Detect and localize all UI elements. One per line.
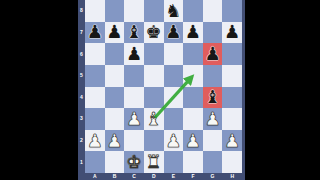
file-label-g: G bbox=[203, 173, 223, 180]
square-f8[interactable] bbox=[183, 0, 203, 22]
square-a2[interactable]: ♟ bbox=[85, 130, 105, 152]
square-a4[interactable] bbox=[85, 87, 105, 109]
white-rook-d1[interactable]: ♜ bbox=[146, 153, 162, 171]
rank-label-8: 8 bbox=[78, 0, 85, 22]
rank-label-3: 3 bbox=[78, 108, 85, 130]
square-a3[interactable] bbox=[85, 108, 105, 130]
white-bishop-d3[interactable]: ♝ bbox=[146, 109, 162, 127]
black-knight-e8[interactable]: ♞ bbox=[165, 1, 181, 19]
black-pawn-f7[interactable]: ♟ bbox=[185, 23, 201, 41]
black-pawn-h7[interactable]: ♟ bbox=[224, 23, 240, 41]
black-pawn-a7[interactable]: ♟ bbox=[87, 23, 103, 41]
square-c2[interactable] bbox=[124, 130, 144, 152]
square-a8[interactable] bbox=[85, 0, 105, 22]
square-d5[interactable] bbox=[144, 65, 164, 87]
square-h6[interactable] bbox=[222, 43, 242, 65]
square-d4[interactable] bbox=[144, 87, 164, 109]
file-label-e: E bbox=[164, 173, 184, 180]
square-d6[interactable] bbox=[144, 43, 164, 65]
square-f3[interactable] bbox=[183, 108, 203, 130]
square-f7[interactable]: ♟ bbox=[183, 22, 203, 44]
file-label-f: F bbox=[183, 173, 203, 180]
square-c5[interactable] bbox=[124, 65, 144, 87]
square-g7[interactable] bbox=[203, 22, 223, 44]
black-bishop-g4[interactable]: ♝ bbox=[204, 88, 220, 106]
black-king-d7[interactable]: ♚ bbox=[146, 23, 162, 41]
white-pawn-e2[interactable]: ♟ bbox=[165, 131, 181, 149]
file-label-a: A bbox=[85, 173, 105, 180]
black-pawn-e7[interactable]: ♟ bbox=[165, 23, 181, 41]
square-a6[interactable] bbox=[85, 43, 105, 65]
square-c7[interactable]: ♝ bbox=[124, 22, 144, 44]
square-h7[interactable]: ♟ bbox=[222, 22, 242, 44]
square-g2[interactable] bbox=[203, 130, 223, 152]
square-b3[interactable] bbox=[105, 108, 125, 130]
square-c6[interactable]: ♟ bbox=[124, 43, 144, 65]
square-d7[interactable]: ♚ bbox=[144, 22, 164, 44]
square-d1[interactable]: ♜ bbox=[144, 151, 164, 173]
file-label-d: D bbox=[144, 173, 164, 180]
rank-label-6: 6 bbox=[78, 43, 85, 65]
square-h8[interactable] bbox=[222, 0, 242, 22]
square-b5[interactable] bbox=[105, 65, 125, 87]
square-g1[interactable] bbox=[203, 151, 223, 173]
square-f2[interactable]: ♟ bbox=[183, 130, 203, 152]
square-e6[interactable] bbox=[164, 43, 184, 65]
square-e8[interactable]: ♞ bbox=[164, 0, 184, 22]
square-g6[interactable]: ♟ bbox=[203, 43, 223, 65]
square-h5[interactable] bbox=[222, 65, 242, 87]
square-f1[interactable] bbox=[183, 151, 203, 173]
square-e5[interactable] bbox=[164, 65, 184, 87]
square-e4[interactable] bbox=[164, 87, 184, 109]
board-right-border bbox=[242, 0, 245, 173]
rank-coordinates-gutter: 87654321 bbox=[78, 0, 85, 173]
black-bishop-c7[interactable]: ♝ bbox=[126, 23, 142, 41]
square-c3[interactable]: ♟ bbox=[124, 108, 144, 130]
square-f6[interactable] bbox=[183, 43, 203, 65]
rank-label-4: 4 bbox=[78, 87, 85, 109]
rank-label-5: 5 bbox=[78, 65, 85, 87]
black-pawn-g6[interactable]: ♟ bbox=[204, 45, 220, 63]
chess-gui: 87654321 ♞♟♟♝♚♟♟♟♟♟♝♟♝♟♟♟♟♟♟♚♜ ABCDEFGH bbox=[78, 0, 245, 180]
square-a1[interactable] bbox=[85, 151, 105, 173]
square-d3[interactable]: ♝ bbox=[144, 108, 164, 130]
square-e2[interactable]: ♟ bbox=[164, 130, 184, 152]
square-e3[interactable] bbox=[164, 108, 184, 130]
square-d8[interactable] bbox=[144, 0, 164, 22]
square-a7[interactable]: ♟ bbox=[85, 22, 105, 44]
rank-label-7: 7 bbox=[78, 22, 85, 44]
square-d2[interactable] bbox=[144, 130, 164, 152]
file-coordinates-gutter: ABCDEFGH bbox=[78, 173, 245, 180]
file-label-c: C bbox=[124, 173, 144, 180]
square-h2[interactable]: ♟ bbox=[222, 130, 242, 152]
square-h1[interactable] bbox=[222, 151, 242, 173]
square-h3[interactable] bbox=[222, 108, 242, 130]
square-b6[interactable] bbox=[105, 43, 125, 65]
white-pawn-a2[interactable]: ♟ bbox=[87, 131, 103, 149]
square-e7[interactable]: ♟ bbox=[164, 22, 184, 44]
file-label-h: H bbox=[222, 173, 242, 180]
square-c1[interactable]: ♚ bbox=[124, 151, 144, 173]
square-b7[interactable]: ♟ bbox=[105, 22, 125, 44]
chess-board[interactable]: ♞♟♟♝♚♟♟♟♟♟♝♟♝♟♟♟♟♟♟♚♜ bbox=[85, 0, 242, 173]
white-pawn-f2[interactable]: ♟ bbox=[185, 131, 201, 149]
white-pawn-g3[interactable]: ♟ bbox=[204, 109, 220, 127]
thumbnail-stage: 87654321 ♞♟♟♝♚♟♟♟♟♟♝♟♝♟♟♟♟♟♟♚♜ ABCDEFGH bbox=[0, 0, 320, 180]
rank-label-2: 2 bbox=[78, 130, 85, 152]
square-h4[interactable] bbox=[222, 87, 242, 109]
white-pawn-c3[interactable]: ♟ bbox=[126, 109, 142, 127]
square-a5[interactable] bbox=[85, 65, 105, 87]
white-pawn-b2[interactable]: ♟ bbox=[106, 131, 122, 149]
white-pawn-h2[interactable]: ♟ bbox=[224, 131, 240, 149]
square-f5[interactable] bbox=[183, 65, 203, 87]
square-c4[interactable] bbox=[124, 87, 144, 109]
square-b1[interactable] bbox=[105, 151, 125, 173]
square-g3[interactable]: ♟ bbox=[203, 108, 223, 130]
rank-label-1: 1 bbox=[78, 151, 85, 173]
square-c8[interactable] bbox=[124, 0, 144, 22]
square-b8[interactable] bbox=[105, 0, 125, 22]
square-g4[interactable]: ♝ bbox=[203, 87, 223, 109]
white-king-c1[interactable]: ♚ bbox=[126, 153, 142, 171]
square-b2[interactable]: ♟ bbox=[105, 130, 125, 152]
square-g5[interactable] bbox=[203, 65, 223, 87]
file-label-b: B bbox=[105, 173, 125, 180]
square-f4[interactable] bbox=[183, 87, 203, 109]
black-pawn-c6[interactable]: ♟ bbox=[126, 45, 142, 63]
black-pawn-b7[interactable]: ♟ bbox=[106, 23, 122, 41]
square-g8[interactable] bbox=[203, 0, 223, 22]
square-b4[interactable] bbox=[105, 87, 125, 109]
square-e1[interactable] bbox=[164, 151, 184, 173]
